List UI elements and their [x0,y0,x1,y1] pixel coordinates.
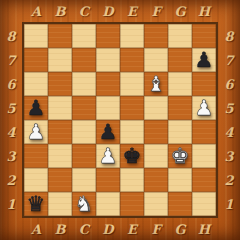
square-c6[interactable] [72,72,96,96]
rank-label: 7 [224,53,233,68]
square-g7[interactable] [168,48,192,72]
file-label: H [198,4,210,19]
square-c4[interactable] [72,120,96,144]
rank-labels-right: 87654321 [218,24,240,216]
rank-label: 8 [224,29,233,44]
file-label: H [198,222,210,237]
square-h1[interactable] [192,192,216,216]
rank-label: 4 [224,125,233,140]
square-a5[interactable]: ♟ [24,96,48,120]
square-e5[interactable] [120,96,144,120]
square-g2[interactable] [168,168,192,192]
square-e2[interactable] [120,168,144,192]
square-d4[interactable]: ♟ [96,120,120,144]
square-c3[interactable] [72,144,96,168]
square-f8[interactable] [144,24,168,48]
square-d1[interactable] [96,192,120,216]
file-label: E [127,222,137,237]
chess-board: ♟♝♟♟♟♟♟♚♚♛♞ [22,22,218,218]
square-c2[interactable] [72,168,96,192]
square-h4[interactable] [192,120,216,144]
square-a4[interactable]: ♟ [24,120,48,144]
piece-black-pawn[interactable]: ♟ [24,96,48,120]
square-d7[interactable] [96,48,120,72]
rank-label: 6 [224,77,233,92]
square-b1[interactable] [48,192,72,216]
file-label: B [55,222,66,237]
square-g3[interactable]: ♚ [168,144,192,168]
square-g6[interactable] [168,72,192,96]
file-label: F [151,4,160,19]
square-d8[interactable] [96,24,120,48]
square-d2[interactable] [96,168,120,192]
square-c8[interactable] [72,24,96,48]
square-a3[interactable] [24,144,48,168]
chess-app-window: ABCDEFGH ABCDEFGH 87654321 87654321 ♟♝♟♟… [0,0,240,240]
square-e1[interactable] [120,192,144,216]
file-label: C [79,4,89,19]
square-a7[interactable] [24,48,48,72]
rank-label: 5 [224,101,233,116]
rank-label: 2 [224,173,233,188]
square-g1[interactable] [168,192,192,216]
piece-black-pawn[interactable]: ♟ [192,48,216,72]
rank-label: 4 [6,125,15,140]
file-label: C [79,222,89,237]
square-g8[interactable] [168,24,192,48]
square-b8[interactable] [48,24,72,48]
square-h2[interactable] [192,168,216,192]
square-b3[interactable] [48,144,72,168]
square-a6[interactable] [24,72,48,96]
square-h3[interactable] [192,144,216,168]
square-f1[interactable] [144,192,168,216]
file-label: D [102,222,113,237]
file-label: A [31,222,41,237]
rank-label: 5 [6,101,15,116]
square-f6[interactable]: ♝ [144,72,168,96]
square-e7[interactable] [120,48,144,72]
square-f3[interactable] [144,144,168,168]
square-d5[interactable] [96,96,120,120]
square-h5[interactable]: ♟ [192,96,216,120]
square-c5[interactable] [72,96,96,120]
square-h7[interactable]: ♟ [192,48,216,72]
file-label: G [174,222,185,237]
square-f2[interactable] [144,168,168,192]
square-b6[interactable] [48,72,72,96]
rank-label: 6 [6,77,15,92]
square-f5[interactable] [144,96,168,120]
rank-label: 1 [6,197,15,212]
rank-label: 2 [6,173,15,188]
square-a8[interactable] [24,24,48,48]
square-a1[interactable]: ♛ [24,192,48,216]
square-g5[interactable] [168,96,192,120]
rank-label: 3 [6,149,15,164]
piece-black-king[interactable]: ♚ [120,144,144,168]
rank-label: 1 [224,197,233,212]
square-b2[interactable] [48,168,72,192]
square-e3[interactable]: ♚ [120,144,144,168]
square-f4[interactable] [144,120,168,144]
piece-white-knight[interactable]: ♞ [72,192,96,216]
piece-white-pawn[interactable]: ♟ [24,120,48,144]
file-label: A [31,4,41,19]
piece-white-bishop[interactable]: ♝ [144,72,168,96]
file-labels-bottom: ABCDEFGH [24,218,216,240]
file-label: G [174,4,185,19]
rank-labels-left: 87654321 [0,24,22,216]
square-h6[interactable] [192,72,216,96]
piece-white-king[interactable]: ♚ [168,144,192,168]
square-a2[interactable] [24,168,48,192]
rank-label: 3 [224,149,233,164]
rank-label: 8 [6,29,15,44]
file-label: B [55,4,66,19]
file-label: F [151,222,160,237]
square-e8[interactable] [120,24,144,48]
piece-white-pawn[interactable]: ♟ [192,96,216,120]
square-d6[interactable] [96,72,120,96]
square-e4[interactable] [120,120,144,144]
square-d3[interactable]: ♟ [96,144,120,168]
square-b4[interactable] [48,120,72,144]
file-labels-top: ABCDEFGH [24,0,216,22]
square-h8[interactable] [192,24,216,48]
square-b7[interactable] [48,48,72,72]
rank-label: 7 [6,53,15,68]
square-e6[interactable] [120,72,144,96]
square-b5[interactable] [48,96,72,120]
square-c7[interactable] [72,48,96,72]
piece-black-pawn[interactable]: ♟ [96,120,120,144]
square-f7[interactable] [144,48,168,72]
piece-white-pawn[interactable]: ♟ [96,144,120,168]
file-label: E [127,4,137,19]
square-c1[interactable]: ♞ [72,192,96,216]
file-label: D [102,4,113,19]
piece-black-queen[interactable]: ♛ [24,192,48,216]
square-g4[interactable] [168,120,192,144]
